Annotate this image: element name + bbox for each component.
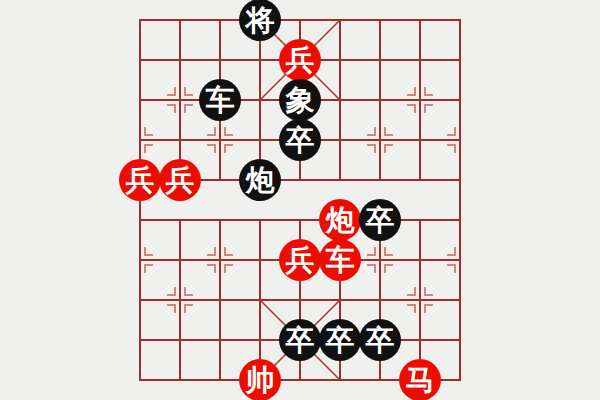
board-point: [120, 360, 160, 400]
piece-red-horse[interactable]: 马: [399, 359, 441, 400]
board-point: [240, 280, 280, 320]
board-point: 兵: [160, 160, 200, 200]
board-point: [440, 40, 480, 80]
board-point: [320, 280, 360, 320]
board-point: [280, 160, 320, 200]
board-point: [200, 360, 240, 400]
board-point: 炮: [320, 200, 360, 240]
board-point: [360, 40, 400, 80]
board-point: [240, 40, 280, 80]
board-point: 兵: [120, 160, 160, 200]
board-point: 帅: [240, 360, 280, 400]
board-point: [440, 320, 480, 360]
piece-black-general[interactable]: 将: [239, 0, 281, 41]
board-point: [240, 120, 280, 160]
board-point: [120, 280, 160, 320]
board-point: [200, 200, 240, 240]
piece-black-elephant[interactable]: 象: [279, 79, 321, 121]
piece-black-cannon[interactable]: 炮: [239, 159, 281, 201]
board-point: [120, 320, 160, 360]
board-point: [240, 240, 280, 280]
board-point: [160, 80, 200, 120]
board-point: [240, 80, 280, 120]
board-point: [120, 0, 160, 40]
board-point: [200, 320, 240, 360]
board-point: [440, 360, 480, 400]
board-point: [440, 0, 480, 40]
board-point: [160, 0, 200, 40]
board-point: [280, 280, 320, 320]
board-point: [360, 80, 400, 120]
board-point: [440, 240, 480, 280]
board-point: [360, 160, 400, 200]
piece-black-soldier[interactable]: 卒: [359, 199, 401, 241]
piece-red-general[interactable]: 帅: [239, 359, 281, 400]
board-point: [160, 280, 200, 320]
piece-red-soldier[interactable]: 兵: [159, 159, 201, 201]
board-point: 卒: [280, 120, 320, 160]
piece-red-soldier[interactable]: 兵: [279, 239, 321, 281]
board-point: [160, 320, 200, 360]
board-point: [400, 240, 440, 280]
board-point: [440, 200, 480, 240]
board-point: 象: [280, 80, 320, 120]
board-point: [120, 40, 160, 80]
board-point: [240, 200, 280, 240]
board-point: 卒: [320, 320, 360, 360]
board-point: [400, 40, 440, 80]
board-point: [400, 120, 440, 160]
board-point: 马: [400, 360, 440, 400]
board-point: [200, 280, 240, 320]
board-point: [440, 80, 480, 120]
board-point: 卒: [360, 200, 400, 240]
board-point: [320, 0, 360, 40]
board-point: [280, 0, 320, 40]
board-point: 车: [200, 80, 240, 120]
board-point: [160, 40, 200, 80]
board-point: [400, 280, 440, 320]
board-point: [400, 0, 440, 40]
board-point: [120, 120, 160, 160]
board-point: [120, 80, 160, 120]
board-point: [320, 80, 360, 120]
piece-black-soldier[interactable]: 卒: [319, 319, 361, 361]
board-point: [240, 320, 280, 360]
board-point: [360, 280, 400, 320]
piece-black-soldier[interactable]: 卒: [279, 119, 321, 161]
board-point: 将: [240, 0, 280, 40]
board-point: [440, 120, 480, 160]
board-point: [280, 200, 320, 240]
board-point: [400, 320, 440, 360]
board-point: [360, 360, 400, 400]
piece-red-soldier[interactable]: 兵: [279, 39, 321, 81]
piece-red-cannon[interactable]: 炮: [319, 199, 361, 241]
board-point: [160, 240, 200, 280]
board-point: 卒: [360, 320, 400, 360]
board-point: [160, 360, 200, 400]
piece-black-soldier[interactable]: 卒: [279, 319, 321, 361]
board-point: 兵: [280, 240, 320, 280]
board-point: [200, 120, 240, 160]
board-point: [200, 160, 240, 200]
board-point: [400, 160, 440, 200]
board-point: 卒: [280, 320, 320, 360]
board-point: 兵: [280, 40, 320, 80]
board-point: [360, 0, 400, 40]
board-point: [320, 160, 360, 200]
board-point: [200, 40, 240, 80]
board-point: [320, 120, 360, 160]
piece-black-chariot[interactable]: 车: [199, 79, 241, 121]
board-point: [440, 160, 480, 200]
board-point: [400, 80, 440, 120]
board-point: [280, 360, 320, 400]
board-point: [320, 40, 360, 80]
board-point: [120, 240, 160, 280]
board-point: [320, 360, 360, 400]
board-point: [400, 200, 440, 240]
board-point: [160, 120, 200, 160]
board-point: 炮: [240, 160, 280, 200]
piece-red-soldier[interactable]: 兵: [119, 159, 161, 201]
board-point: [120, 200, 160, 240]
xiangqi-board: 将兵车象卒兵兵炮炮卒兵车卒卒卒帅马: [120, 0, 480, 400]
board-point: [360, 120, 400, 160]
piece-red-chariot[interactable]: 车: [319, 239, 361, 281]
board-point: [440, 280, 480, 320]
piece-black-soldier[interactable]: 卒: [359, 319, 401, 361]
board-point: [200, 240, 240, 280]
board-point: [160, 200, 200, 240]
board-point: [200, 0, 240, 40]
xiangqi-screenshot: 将兵车象卒兵兵炮炮卒兵车卒卒卒帅马: [0, 0, 600, 400]
board-point: [360, 240, 400, 280]
board-point: 车: [320, 240, 360, 280]
